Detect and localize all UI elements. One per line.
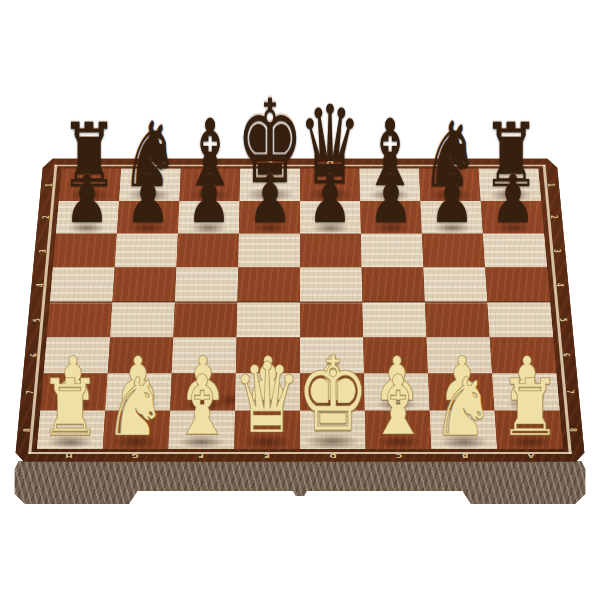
file-label-bottom-c: C: [396, 453, 403, 459]
file-label-bottom-h: H: [66, 453, 74, 459]
piece-white-rook: ♜: [498, 369, 561, 447]
chess-set-photo: HHGGFFEEDDCCBBAA1122334455667788♜♞♝♚♛♝♞♜…: [0, 0, 600, 600]
file-label-bottom-a: A: [527, 453, 534, 459]
piece-white-king: ♚: [296, 344, 369, 447]
piece-black-pawn: ♟: [125, 166, 170, 232]
rank-label-left-6: 3: [38, 249, 48, 253]
rank-label-left-7: 2: [41, 215, 51, 219]
file-label-bottom-b: B: [461, 453, 468, 459]
piece-black-pawn: ♟: [186, 166, 231, 232]
rank-label-left-4: 5: [32, 318, 42, 322]
rank-label-right-6: 3: [552, 249, 562, 253]
piece-white-bishop: ♝: [368, 364, 428, 447]
piece-black-pawn: ♟: [430, 166, 475, 232]
rank-label-right-7: 2: [549, 215, 559, 219]
rank-label-left-3: 6: [29, 354, 39, 358]
file-label-bottom-f: F: [198, 453, 204, 459]
rank-label-left-8: 1: [44, 183, 54, 187]
piece-black-pawn: ♟: [369, 166, 414, 232]
piece-black-pawn: ♟: [308, 166, 353, 232]
rank-label-right-8: 1: [546, 183, 556, 187]
rank-label-right-3: 6: [561, 354, 571, 358]
rank-label-right-2: 7: [565, 390, 575, 394]
piece-white-knight: ♞: [104, 366, 167, 446]
piece-black-pawn: ♟: [491, 166, 536, 232]
piece-black-pawn: ♟: [65, 166, 110, 232]
piece-white-knight: ♞: [433, 366, 496, 446]
piece-white-queen: ♛: [233, 350, 302, 447]
file-label-bottom-g: G: [132, 453, 139, 459]
rank-label-left-2: 7: [25, 390, 35, 394]
chess-board: HHGGFFEEDDCCBBAA1122334455667788♜♞♝♚♛♝♞♜…: [0, 0, 600, 600]
piece-white-bishop: ♝: [171, 364, 231, 447]
rank-label-left-1: 8: [22, 428, 32, 432]
piece-black-pawn: ♟: [247, 166, 292, 232]
rank-label-right-1: 8: [568, 428, 578, 432]
rank-label-right-4: 5: [558, 318, 568, 322]
rank-label-right-5: 4: [555, 283, 565, 287]
piece-white-rook: ♜: [39, 369, 102, 447]
rank-label-left-5: 4: [35, 283, 45, 287]
